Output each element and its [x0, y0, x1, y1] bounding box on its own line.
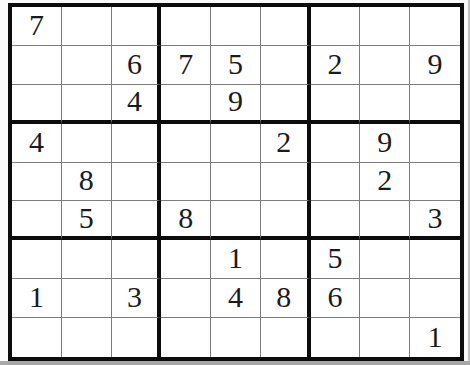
cell-r2c2[interactable]: [62, 46, 112, 85]
clue-digit: 4: [29, 127, 44, 157]
cell-r3c1[interactable]: [12, 85, 62, 124]
cell-r8c2[interactable]: [62, 279, 112, 318]
cell-r9c2[interactable]: [62, 318, 112, 357]
cell-r9c6[interactable]: [261, 318, 311, 357]
cell-r8c7: 6: [311, 279, 361, 318]
cell-r7c8[interactable]: [360, 240, 410, 279]
cell-r5c5[interactable]: [211, 163, 261, 202]
cell-r5c6[interactable]: [261, 163, 311, 202]
clue-digit: 1: [428, 322, 443, 352]
cell-r7c2[interactable]: [62, 240, 112, 279]
clue-digit: 4: [228, 282, 243, 312]
cell-r4c2[interactable]: [62, 124, 112, 163]
clue-digit: 6: [127, 49, 142, 79]
clue-digit: 5: [79, 203, 94, 233]
cell-r7c6[interactable]: [261, 240, 311, 279]
clue-digit: 5: [228, 49, 243, 79]
cell-r8c6: 8: [261, 279, 311, 318]
clue-digit: 3: [127, 282, 142, 312]
cell-r5c9[interactable]: [410, 163, 460, 202]
cell-r4c4[interactable]: [161, 124, 211, 163]
cell-r1c3[interactable]: [112, 7, 162, 46]
cell-r4c5[interactable]: [211, 124, 261, 163]
clue-digit: 1: [29, 282, 44, 312]
cell-r2c3: 6: [112, 46, 162, 85]
cell-r9c7[interactable]: [311, 318, 361, 357]
cell-r5c4[interactable]: [161, 163, 211, 202]
cell-r3c4[interactable]: [161, 85, 211, 124]
cell-r6c8[interactable]: [360, 201, 410, 240]
cell-r9c3[interactable]: [112, 318, 162, 357]
cell-r3c7[interactable]: [311, 85, 361, 124]
cell-r3c2[interactable]: [62, 85, 112, 124]
cell-r7c4[interactable]: [161, 240, 211, 279]
cell-r4c6: 2: [261, 124, 311, 163]
cell-r3c5: 9: [211, 85, 261, 124]
clue-digit: 1: [228, 243, 243, 273]
cell-r7c9[interactable]: [410, 240, 460, 279]
clue-digit: 9: [428, 49, 443, 79]
scan-edge-shadow-bottom: [0, 361, 470, 365]
cell-r9c8[interactable]: [360, 318, 410, 357]
cell-r1c7[interactable]: [311, 7, 361, 46]
clue-digit: 2: [276, 127, 291, 157]
clue-digit: 9: [377, 127, 392, 157]
cell-r6c6[interactable]: [261, 201, 311, 240]
cell-r6c4: 8: [161, 201, 211, 240]
cell-r8c3: 3: [112, 279, 162, 318]
cell-r8c4[interactable]: [161, 279, 211, 318]
cell-r4c8: 9: [360, 124, 410, 163]
cell-r5c2: 8: [62, 163, 112, 202]
cell-r2c5: 5: [211, 46, 261, 85]
cell-r5c1[interactable]: [12, 163, 62, 202]
cell-r4c9[interactable]: [410, 124, 460, 163]
cell-r2c8[interactable]: [360, 46, 410, 85]
cell-r3c6[interactable]: [261, 85, 311, 124]
cell-r6c5[interactable]: [211, 201, 261, 240]
cell-r4c1: 4: [12, 124, 62, 163]
cell-r2c9: 9: [410, 46, 460, 85]
cell-r9c5[interactable]: [211, 318, 261, 357]
cell-r8c1: 1: [12, 279, 62, 318]
cell-r8c9[interactable]: [410, 279, 460, 318]
cell-r6c9: 3: [410, 201, 460, 240]
cell-r7c7: 5: [311, 240, 361, 279]
cell-r2c7: 2: [311, 46, 361, 85]
clue-digit: 8: [178, 203, 193, 233]
clue-digit: 8: [79, 165, 94, 195]
cell-r4c3[interactable]: [112, 124, 162, 163]
cell-r1c8[interactable]: [360, 7, 410, 46]
cell-r1c9[interactable]: [410, 7, 460, 46]
clue-digit: 2: [377, 165, 392, 195]
cell-r3c3: 4: [112, 85, 162, 124]
cell-r3c8[interactable]: [360, 85, 410, 124]
cell-r3c9[interactable]: [410, 85, 460, 124]
cell-r8c5: 4: [211, 279, 261, 318]
sudoku-board: 767529494298258315134861: [8, 3, 464, 361]
clue-digit: 8: [276, 282, 291, 312]
clue-digit: 6: [328, 282, 343, 312]
cell-r2c4: 7: [161, 46, 211, 85]
cell-r9c4[interactable]: [161, 318, 211, 357]
cell-r7c1[interactable]: [12, 240, 62, 279]
cell-r9c9: 1: [410, 318, 460, 357]
cell-r8c8[interactable]: [360, 279, 410, 318]
cell-r6c3[interactable]: [112, 201, 162, 240]
cell-r1c2[interactable]: [62, 7, 112, 46]
clue-digit: 5: [328, 243, 343, 273]
cell-r1c4[interactable]: [161, 7, 211, 46]
clue-digit: 4: [127, 86, 142, 116]
cell-r6c7[interactable]: [311, 201, 361, 240]
cell-r4c7[interactable]: [311, 124, 361, 163]
cell-r5c7[interactable]: [311, 163, 361, 202]
cell-r2c1[interactable]: [12, 46, 62, 85]
clue-digit: 2: [328, 49, 343, 79]
clue-digit: 7: [29, 10, 44, 40]
cell-r5c3[interactable]: [112, 163, 162, 202]
cell-r7c3[interactable]: [112, 240, 162, 279]
cell-r6c1[interactable]: [12, 201, 62, 240]
clue-digit: 3: [428, 203, 443, 233]
cell-r1c6[interactable]: [261, 7, 311, 46]
cell-r1c1: 7: [12, 7, 62, 46]
cell-r5c8: 2: [360, 163, 410, 202]
clue-digit: 9: [228, 86, 243, 116]
cell-r7c5: 1: [211, 240, 261, 279]
cell-r6c2: 5: [62, 201, 112, 240]
cell-r9c1[interactable]: [12, 318, 62, 357]
cell-r2c6[interactable]: [261, 46, 311, 85]
cell-r1c5[interactable]: [211, 7, 261, 46]
clue-digit: 7: [178, 49, 193, 79]
